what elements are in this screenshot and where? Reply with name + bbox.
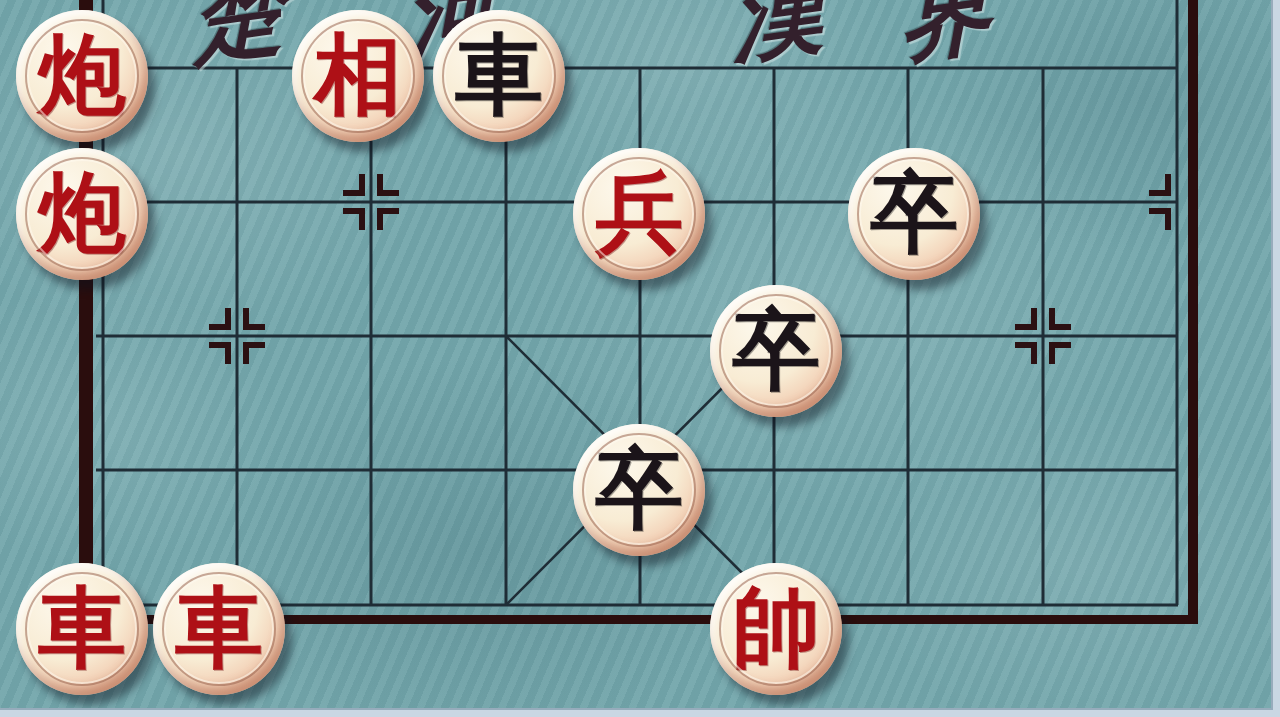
piece-character: 車 [16,561,148,693]
red-soldier[interactable]: 兵 [573,148,705,280]
red-elephant[interactable]: 相 [292,10,424,142]
piece-character: 炮 [16,8,148,140]
black-soldier[interactable]: 卒 [573,424,705,556]
black-chariot[interactable]: 車 [433,10,565,142]
black-soldier[interactable]: 卒 [710,285,842,417]
piece-character: 卒 [710,283,842,415]
red-cannon[interactable]: 炮 [16,148,148,280]
piece-character: 相 [292,8,424,140]
red-chariot[interactable]: 車 [153,563,285,695]
piece-character: 炮 [16,146,148,278]
red-general[interactable]: 帥 [710,563,842,695]
piece-character: 卒 [573,422,705,554]
red-chariot[interactable]: 車 [16,563,148,695]
xiangqi-app-screen: 楚河漢界炮相車炮兵卒卒卒車車帥 [0,0,1280,717]
red-cannon[interactable]: 炮 [16,10,148,142]
piece-character: 車 [433,8,565,140]
black-soldier[interactable]: 卒 [848,148,980,280]
piece-character: 兵 [573,146,705,278]
piece-character: 帥 [710,561,842,693]
xiangqi-board: 楚河漢界炮相車炮兵卒卒卒車車帥 [0,0,1273,710]
piece-character: 卒 [848,146,980,278]
piece-character: 車 [153,561,285,693]
